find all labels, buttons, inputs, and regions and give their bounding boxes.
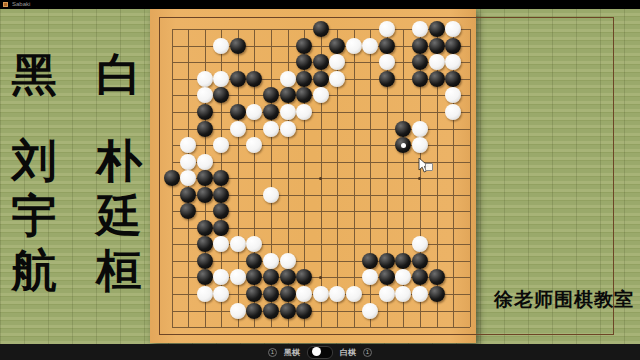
stone-black[interactable] xyxy=(230,104,246,120)
black-side-label: 黑棋 xyxy=(284,347,300,358)
stone-black[interactable] xyxy=(296,71,312,87)
app-icon xyxy=(3,2,8,7)
stone-black[interactable] xyxy=(379,38,395,54)
stone-white[interactable] xyxy=(346,38,362,54)
player-white-column: 白朴廷桓 xyxy=(93,52,145,293)
stone-white[interactable] xyxy=(412,137,428,153)
toggle-knob xyxy=(312,347,321,356)
stone-white[interactable] xyxy=(197,286,213,302)
stone-black[interactable] xyxy=(263,104,279,120)
turn-toggle[interactable] xyxy=(307,346,333,359)
stone-white[interactable] xyxy=(313,87,329,103)
stone-white[interactable] xyxy=(412,121,428,137)
stone-white[interactable] xyxy=(263,121,279,137)
grid-line-h xyxy=(172,311,470,312)
stone-white[interactable] xyxy=(197,71,213,87)
stone-white[interactable] xyxy=(445,104,461,120)
star-point xyxy=(319,177,322,180)
stone-ghost-box xyxy=(425,163,433,171)
stone-white[interactable] xyxy=(263,253,279,269)
player-name-char: 朴 xyxy=(93,138,145,183)
stone-white[interactable] xyxy=(280,104,296,120)
player-name-char: 刘 xyxy=(8,138,60,183)
stone-black[interactable] xyxy=(379,253,395,269)
player-name-char: 航 xyxy=(8,248,60,293)
stone-white[interactable] xyxy=(412,286,428,302)
stone-white[interactable] xyxy=(230,303,246,319)
player-name-char: 廷 xyxy=(93,193,145,238)
stone-black[interactable] xyxy=(296,303,312,319)
stone-black[interactable] xyxy=(263,286,279,302)
stone-white[interactable] xyxy=(379,21,395,37)
stone-black[interactable] xyxy=(246,303,262,319)
stone-black[interactable] xyxy=(412,71,428,87)
window-title: Sabaki xyxy=(12,0,30,9)
stone-black[interactable] xyxy=(412,38,428,54)
stone-black[interactable] xyxy=(395,121,411,137)
white-side-label: 白棋 xyxy=(340,347,356,358)
stone-black[interactable] xyxy=(230,38,246,54)
stone-black[interactable] xyxy=(197,121,213,137)
stone-black[interactable] xyxy=(164,170,180,186)
player-color-label: 黑 xyxy=(8,52,60,97)
stone-black[interactable] xyxy=(197,104,213,120)
stone-black[interactable] xyxy=(280,286,296,302)
stone-white[interactable] xyxy=(213,38,229,54)
stone-black[interactable] xyxy=(280,87,296,103)
stone-black[interactable] xyxy=(197,220,213,236)
stone-black[interactable] xyxy=(296,38,312,54)
stone-black[interactable] xyxy=(445,38,461,54)
stone-black[interactable] xyxy=(197,187,213,203)
stone-black[interactable] xyxy=(313,71,329,87)
stone-black[interactable] xyxy=(230,71,246,87)
stone-black[interactable] xyxy=(429,286,445,302)
stone-black[interactable] xyxy=(429,21,445,37)
stone-white[interactable] xyxy=(280,71,296,87)
stone-white[interactable] xyxy=(280,253,296,269)
stone-black[interactable] xyxy=(429,269,445,285)
stone-white[interactable] xyxy=(230,121,246,137)
stone-white[interactable] xyxy=(362,303,378,319)
stone-black[interactable] xyxy=(280,303,296,319)
stone-black[interactable] xyxy=(429,71,445,87)
stone-white[interactable] xyxy=(429,54,445,70)
stone-black[interactable] xyxy=(263,303,279,319)
bottom-toolbar: 1 黑棋 白棋 1 xyxy=(0,344,640,360)
stone-white[interactable] xyxy=(362,38,378,54)
stone-black[interactable] xyxy=(197,253,213,269)
player-color-label: 白 xyxy=(93,52,145,97)
stone-black[interactable] xyxy=(213,187,229,203)
stone-white[interactable] xyxy=(379,286,395,302)
grid-line-h xyxy=(172,327,470,328)
stone-black[interactable] xyxy=(313,21,329,37)
player-name-char: 桓 xyxy=(93,248,145,293)
player-name-char: 宇 xyxy=(8,193,60,238)
player-black-column: 黑刘宇航 xyxy=(8,52,60,293)
black-capture-count: 1 xyxy=(268,348,277,357)
stone-white[interactable] xyxy=(296,104,312,120)
white-capture-count: 1 xyxy=(363,348,372,357)
stone-black[interactable] xyxy=(280,269,296,285)
stone-white[interactable] xyxy=(263,187,279,203)
stone-white[interactable] xyxy=(296,286,312,302)
stone-white[interactable] xyxy=(313,286,329,302)
stone-black[interactable] xyxy=(197,170,213,186)
stone-white[interactable] xyxy=(197,154,213,170)
stone-white[interactable] xyxy=(280,121,296,137)
stone-white[interactable] xyxy=(180,154,196,170)
stone-black[interactable] xyxy=(445,71,461,87)
stone-black[interactable] xyxy=(429,38,445,54)
grid-line-v xyxy=(470,29,471,327)
title-bar: Sabaki xyxy=(0,0,640,9)
stone-black[interactable] xyxy=(329,38,345,54)
stone-black[interactable] xyxy=(180,187,196,203)
stone-black[interactable] xyxy=(313,54,329,70)
stone-white[interactable] xyxy=(346,286,362,302)
stone-black[interactable] xyxy=(379,71,395,87)
stone-black[interactable] xyxy=(412,253,428,269)
stone-white[interactable] xyxy=(329,71,345,87)
last-move-marker xyxy=(401,143,406,148)
grid-line-v xyxy=(354,29,355,327)
go-board[interactable] xyxy=(150,8,476,343)
